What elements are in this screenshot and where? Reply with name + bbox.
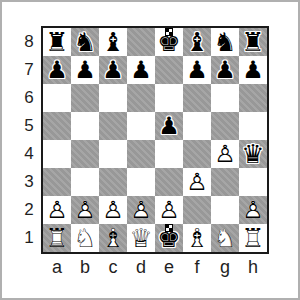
rank-labels: 87654321 — [21, 28, 37, 252]
white-bishop-f1: ♝♗ — [183, 224, 211, 252]
white-rook-h1: ♜♖ — [239, 224, 267, 252]
checkered-finial-icon — [165, 224, 173, 232]
square-e3[interactable] — [155, 168, 183, 196]
square-b3[interactable] — [71, 168, 99, 196]
black-queen-h4: ♛ — [239, 140, 267, 168]
square-a2[interactable]: ♟♙ — [43, 196, 71, 224]
square-a1[interactable]: ♜♖ — [43, 224, 71, 252]
square-c8[interactable]: ♝ — [99, 28, 127, 56]
square-d4[interactable] — [127, 140, 155, 168]
square-g3[interactable] — [211, 168, 239, 196]
square-c7[interactable]: ♟ — [99, 56, 127, 84]
square-a5[interactable] — [43, 112, 71, 140]
file-label-b: b — [71, 256, 99, 278]
black-pawn-g7: ♟ — [211, 56, 239, 84]
square-d3[interactable] — [127, 168, 155, 196]
square-a6[interactable] — [43, 84, 71, 112]
checkered-finial-icon — [165, 28, 173, 36]
chess-diagram: 87654321 ♜♞♝♚♝♞♜♟♟♟♟♟♟♟♟♟♙♛♟♙♟♙♟♙♟♙♟♙♟♙♟… — [0, 0, 300, 300]
square-b5[interactable] — [71, 112, 99, 140]
square-d1[interactable]: ♛♕ — [127, 224, 155, 252]
square-f8[interactable]: ♝ — [183, 28, 211, 56]
white-pawn-f3: ♟♙ — [183, 168, 211, 196]
square-g7[interactable]: ♟ — [211, 56, 239, 84]
rank-label-2: 2 — [21, 196, 37, 224]
square-d8[interactable] — [127, 28, 155, 56]
white-king-e1: ♚ — [155, 224, 183, 252]
black-bishop-c8: ♝ — [99, 28, 127, 56]
square-c2[interactable]: ♟♙ — [99, 196, 127, 224]
square-e2[interactable]: ♟♙ — [155, 196, 183, 224]
square-g2[interactable] — [211, 196, 239, 224]
file-label-g: g — [211, 256, 239, 278]
square-e7[interactable] — [155, 56, 183, 84]
square-d6[interactable] — [127, 84, 155, 112]
square-a8[interactable]: ♜ — [43, 28, 71, 56]
square-d5[interactable] — [127, 112, 155, 140]
black-pawn-e5: ♟ — [155, 112, 183, 140]
square-b7[interactable]: ♟ — [71, 56, 99, 84]
white-pawn-g4: ♟♙ — [211, 140, 239, 168]
square-c3[interactable] — [99, 168, 127, 196]
square-h2[interactable]: ♟♙ — [239, 196, 267, 224]
black-pawn-h7: ♟ — [239, 56, 267, 84]
square-a3[interactable] — [43, 168, 71, 196]
rank-label-3: 3 — [21, 168, 37, 196]
square-a4[interactable] — [43, 140, 71, 168]
square-g6[interactable] — [211, 84, 239, 112]
white-rook-a1: ♜♖ — [43, 224, 71, 252]
square-a7[interactable]: ♟ — [43, 56, 71, 84]
rank-label-5: 5 — [21, 112, 37, 140]
black-king-e8: ♚ — [155, 28, 183, 56]
white-knight-b1: ♞♘ — [71, 224, 99, 252]
square-b2[interactable]: ♟♙ — [71, 196, 99, 224]
black-rook-h8: ♜ — [239, 28, 267, 56]
square-f2[interactable] — [183, 196, 211, 224]
square-h5[interactable] — [239, 112, 267, 140]
square-h8[interactable]: ♜ — [239, 28, 267, 56]
square-f7[interactable]: ♟ — [183, 56, 211, 84]
file-label-a: a — [43, 256, 71, 278]
square-e5[interactable]: ♟ — [155, 112, 183, 140]
white-bishop-c1: ♝♗ — [99, 224, 127, 252]
square-g5[interactable] — [211, 112, 239, 140]
square-e4[interactable] — [155, 140, 183, 168]
square-e8[interactable]: ♚ — [155, 28, 183, 56]
square-f6[interactable] — [183, 84, 211, 112]
square-b1[interactable]: ♞♘ — [71, 224, 99, 252]
square-c4[interactable] — [99, 140, 127, 168]
black-knight-g8: ♞ — [211, 28, 239, 56]
square-g8[interactable]: ♞ — [211, 28, 239, 56]
file-labels: abcdefgh — [43, 256, 267, 278]
square-c6[interactable] — [99, 84, 127, 112]
rank-label-4: 4 — [21, 140, 37, 168]
white-pawn-d2: ♟♙ — [127, 196, 155, 224]
white-queen-d1: ♛♕ — [127, 224, 155, 252]
square-f1[interactable]: ♝♗ — [183, 224, 211, 252]
square-h1[interactable]: ♜♖ — [239, 224, 267, 252]
rank-label-7: 7 — [21, 56, 37, 84]
square-b4[interactable] — [71, 140, 99, 168]
square-e6[interactable] — [155, 84, 183, 112]
board: ♜♞♝♚♝♞♜♟♟♟♟♟♟♟♟♟♙♛♟♙♟♙♟♙♟♙♟♙♟♙♟♙♜♖♞♘♝♗♛♕… — [41, 26, 269, 254]
black-rook-a8: ♜ — [43, 28, 71, 56]
black-pawn-c7: ♟ — [99, 56, 127, 84]
black-pawn-a7: ♟ — [43, 56, 71, 84]
square-c5[interactable] — [99, 112, 127, 140]
white-pawn-a2: ♟♙ — [43, 196, 71, 224]
rank-label-6: 6 — [21, 84, 37, 112]
square-d7[interactable]: ♟ — [127, 56, 155, 84]
white-pawn-b2: ♟♙ — [71, 196, 99, 224]
file-label-f: f — [183, 256, 211, 278]
square-f3[interactable]: ♟♙ — [183, 168, 211, 196]
square-b8[interactable]: ♞ — [71, 28, 99, 56]
square-h7[interactable]: ♟ — [239, 56, 267, 84]
square-c1[interactable]: ♝♗ — [99, 224, 127, 252]
square-e1[interactable]: ♚ — [155, 224, 183, 252]
square-b6[interactable] — [71, 84, 99, 112]
rank-label-1: 1 — [21, 224, 37, 252]
file-label-e: e — [155, 256, 183, 278]
square-f4[interactable] — [183, 140, 211, 168]
black-knight-b8: ♞ — [71, 28, 99, 56]
square-h4[interactable]: ♛ — [239, 140, 267, 168]
square-h6[interactable] — [239, 84, 267, 112]
black-pawn-f7: ♟ — [183, 56, 211, 84]
black-bishop-f8: ♝ — [183, 28, 211, 56]
white-pawn-h2: ♟♙ — [239, 196, 267, 224]
square-h3[interactable] — [239, 168, 267, 196]
file-label-d: d — [127, 256, 155, 278]
square-d2[interactable]: ♟♙ — [127, 196, 155, 224]
white-pawn-c2: ♟♙ — [99, 196, 127, 224]
square-g4[interactable]: ♟♙ — [211, 140, 239, 168]
white-pawn-e2: ♟♙ — [155, 196, 183, 224]
white-knight-g1: ♞♘ — [211, 224, 239, 252]
rank-label-8: 8 — [21, 28, 37, 56]
black-pawn-b7: ♟ — [71, 56, 99, 84]
file-label-c: c — [99, 256, 127, 278]
square-f5[interactable] — [183, 112, 211, 140]
square-g1[interactable]: ♞♘ — [211, 224, 239, 252]
black-pawn-d7: ♟ — [127, 56, 155, 84]
file-label-h: h — [239, 256, 267, 278]
